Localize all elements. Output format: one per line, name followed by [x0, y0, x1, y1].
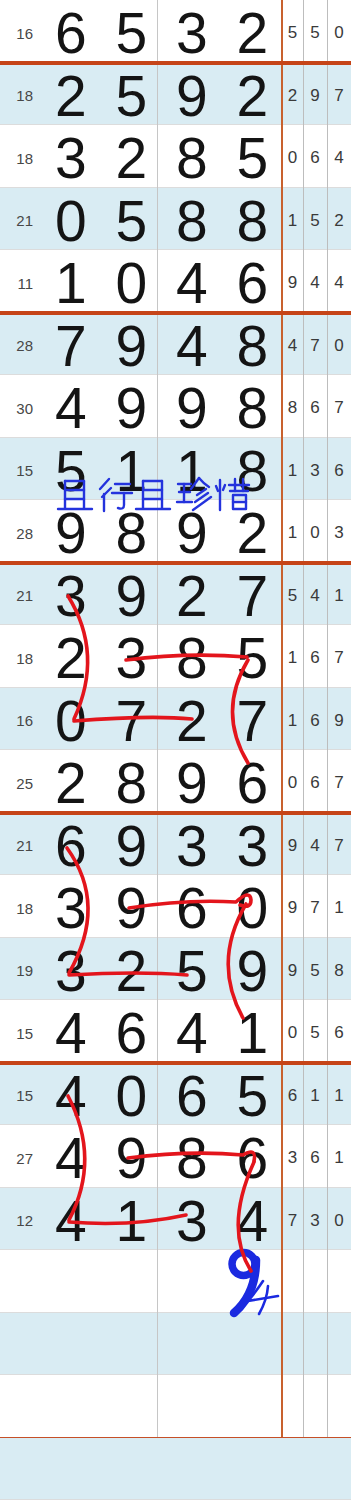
main-digit: 4	[161, 250, 222, 316]
group-separator	[0, 61, 351, 65]
chart-row-2: 182592297	[0, 63, 351, 126]
row-sum-label: 11	[0, 250, 40, 316]
chart-row-12: 160727169	[0, 688, 351, 751]
chart-row-21	[0, 1250, 351, 1313]
row-sum-label: 21	[0, 813, 40, 879]
main-digit: 2	[222, 63, 283, 129]
main-digit: 2	[161, 563, 222, 629]
main-digit: 3	[222, 813, 283, 879]
main-digit: 2	[40, 63, 101, 129]
chart-row-23	[0, 1375, 351, 1438]
side-digit	[327, 1313, 351, 1375]
side-digit: 0	[282, 750, 303, 816]
main-digit: 3	[40, 125, 101, 191]
row-sum-label	[0, 1438, 40, 1500]
side-digit: 0	[303, 500, 327, 566]
main-digit: 7	[222, 688, 283, 754]
chart-row-3: 183285064	[0, 125, 351, 188]
main-digit: 8	[161, 188, 222, 254]
main-digit: 9	[161, 750, 222, 816]
side-digit: 9	[282, 875, 303, 941]
bottom-rule	[0, 1437, 351, 1439]
side-digit: 3	[303, 438, 327, 504]
side-digit	[327, 1438, 351, 1500]
main-digit: 9	[222, 938, 283, 1004]
side-digit: 6	[303, 1125, 327, 1191]
main-digit	[222, 1438, 283, 1500]
chart-row-18: 154065611	[0, 1063, 351, 1126]
main-digit: 3	[161, 1188, 222, 1254]
main-digit	[222, 1313, 283, 1375]
chart-row-11: 182385167	[0, 625, 351, 688]
row-sum-label: 25	[0, 750, 40, 816]
side-digit: 6	[327, 438, 351, 504]
side-digit	[303, 1438, 327, 1500]
side-digit: 5	[303, 1000, 327, 1066]
main-digit: 5	[101, 63, 162, 129]
row-sum-label: 18	[0, 125, 40, 191]
row-sum-label: 30	[0, 375, 40, 441]
side-digit: 0	[327, 313, 351, 379]
group-separator	[0, 811, 351, 815]
side-digit: 1	[327, 1125, 351, 1191]
side-digit	[303, 1313, 327, 1375]
main-digit: 4	[40, 1000, 101, 1066]
side-digit: 7	[327, 813, 351, 879]
main-digit: 3	[40, 875, 101, 941]
side-digit: 0	[327, 0, 351, 66]
main-digit	[161, 1313, 222, 1375]
main-digit	[101, 1250, 162, 1312]
main-digit: 8	[101, 750, 162, 816]
main-digit: 5	[161, 938, 222, 1004]
main-digit: 4	[40, 1063, 101, 1129]
chart-row-15: 183960971	[0, 875, 351, 938]
group-separator	[0, 311, 351, 315]
side-digit	[282, 1250, 303, 1312]
chart-row-1: 166532550	[0, 0, 351, 63]
side-digit: 7	[282, 1188, 303, 1254]
main-digit: 4	[40, 375, 101, 441]
row-sum-label: 18	[0, 625, 40, 691]
chart-row-19: 274986361	[0, 1125, 351, 1188]
row-sum-label: 27	[0, 1125, 40, 1191]
main-digit: 2	[40, 625, 101, 691]
side-digit: 4	[303, 250, 327, 316]
main-digit: 4	[161, 313, 222, 379]
main-digit: 6	[101, 1000, 162, 1066]
side-digit: 1	[282, 688, 303, 754]
chart-row-13: 252896067	[0, 750, 351, 813]
side-digit: 4	[303, 813, 327, 879]
main-digit: 9	[101, 875, 162, 941]
main-digit	[101, 1313, 162, 1375]
side-digit: 9	[327, 688, 351, 754]
side-digit: 5	[303, 188, 327, 254]
main-digit	[40, 1313, 101, 1375]
side-digit: 6	[303, 750, 327, 816]
main-digit	[40, 1438, 101, 1500]
row-sum-label: 16	[0, 0, 40, 66]
side-digit: 8	[327, 938, 351, 1004]
main-digit: 6	[161, 875, 222, 941]
main-digit: 4	[40, 1188, 101, 1254]
side-digit: 9	[282, 813, 303, 879]
main-digit: 3	[40, 938, 101, 1004]
side-digit: 3	[303, 1188, 327, 1254]
side-digit	[282, 1438, 303, 1500]
chart-row-16: 193259958	[0, 938, 351, 1001]
main-digit	[101, 1375, 162, 1437]
main-digit: 4	[40, 1125, 101, 1191]
side-digit: 6	[303, 125, 327, 191]
side-digit: 4	[327, 125, 351, 191]
group-separator	[0, 561, 351, 565]
main-digit: 7	[40, 313, 101, 379]
main-digit: 4	[222, 1188, 283, 1254]
main-digit	[161, 1250, 222, 1312]
main-digit: 9	[101, 313, 162, 379]
main-digit: 6	[222, 1125, 283, 1191]
main-digit: 6	[222, 750, 283, 816]
main-digit: 2	[222, 0, 283, 66]
side-digit: 7	[303, 313, 327, 379]
side-digit: 6	[327, 1000, 351, 1066]
main-digit: 3	[161, 0, 222, 66]
row-sum-label	[0, 1250, 40, 1312]
side-digit: 6	[303, 625, 327, 691]
main-digit	[222, 1250, 283, 1312]
chart-row-20: 124134730	[0, 1188, 351, 1251]
row-sum-label: 15	[0, 1063, 40, 1129]
grid-vertical-line-orange	[281, 0, 283, 1437]
side-digit: 9	[282, 250, 303, 316]
main-digit: 0	[222, 875, 283, 941]
side-digit: 4	[303, 563, 327, 629]
main-digit: 8	[222, 188, 283, 254]
side-digit: 6	[303, 375, 327, 441]
chart-row-22	[0, 1313, 351, 1376]
main-digit	[40, 1375, 101, 1437]
row-sum-label: 19	[0, 938, 40, 1004]
row-sum-label	[0, 1375, 40, 1437]
side-digit: 1	[327, 563, 351, 629]
chart-row-14: 216933947	[0, 813, 351, 876]
side-digit	[327, 1375, 351, 1437]
chart-row-4: 210588152	[0, 188, 351, 251]
side-digit	[282, 1313, 303, 1375]
side-digit: 4	[327, 250, 351, 316]
main-digit: 1	[222, 1000, 283, 1066]
lottery-trend-chart: 1665325501825922971832850642105881521110…	[0, 0, 351, 1500]
main-digit: 0	[40, 688, 101, 754]
main-digit	[40, 1250, 101, 1312]
row-sum-label: 28	[0, 313, 40, 379]
main-digit: 6	[161, 1063, 222, 1129]
row-sum-label: 18	[0, 63, 40, 129]
main-digit: 3	[161, 813, 222, 879]
phrase-annotation	[58, 477, 254, 511]
row-sum-label: 21	[0, 563, 40, 629]
main-digit: 5	[101, 0, 162, 66]
row-sum-label: 16	[0, 688, 40, 754]
chart-row-5: 111046944	[0, 250, 351, 313]
side-digit: 2	[282, 63, 303, 129]
main-digit: 5	[222, 1063, 283, 1129]
row-sum-label: 15	[0, 1000, 40, 1066]
main-digit: 0	[40, 188, 101, 254]
side-digit: 9	[303, 63, 327, 129]
main-digit: 3	[101, 625, 162, 691]
side-digit: 5	[303, 938, 327, 1004]
side-digit: 0	[282, 125, 303, 191]
side-digit: 1	[303, 1063, 327, 1129]
main-digit: 0	[101, 1063, 162, 1129]
main-digit: 9	[101, 375, 162, 441]
main-digit: 6	[40, 0, 101, 66]
side-digit: 6	[303, 688, 327, 754]
main-digit: 8	[161, 1125, 222, 1191]
grid-vertical-line-right-2	[327, 0, 328, 1437]
main-digit: 1	[40, 250, 101, 316]
main-digit: 6	[40, 813, 101, 879]
row-sum-label: 21	[0, 188, 40, 254]
side-digit: 3	[282, 1125, 303, 1191]
main-digit: 1	[101, 1188, 162, 1254]
side-digit: 6	[282, 1063, 303, 1129]
main-digit: 8	[222, 313, 283, 379]
main-digit: 6	[222, 250, 283, 316]
side-digit: 3	[327, 500, 351, 566]
main-digit: 9	[101, 563, 162, 629]
main-digit	[101, 1438, 162, 1500]
main-digit	[222, 1375, 283, 1437]
main-digit: 9	[161, 375, 222, 441]
main-digit: 8	[222, 375, 283, 441]
row-sum-label: 12	[0, 1188, 40, 1254]
side-digit: 1	[282, 438, 303, 504]
chart-row-24	[0, 1438, 351, 1500]
main-digit: 0	[101, 250, 162, 316]
main-digit: 2	[40, 750, 101, 816]
side-digit: 7	[327, 625, 351, 691]
main-digit	[161, 1438, 222, 1500]
row-sum-label	[0, 1313, 40, 1375]
side-digit: 4	[282, 313, 303, 379]
side-digit: 1	[282, 625, 303, 691]
side-digit: 7	[303, 875, 327, 941]
side-digit: 0	[327, 1188, 351, 1254]
side-digit: 5	[282, 0, 303, 66]
main-digit: 9	[101, 1125, 162, 1191]
side-digit: 5	[303, 0, 327, 66]
side-digit: 2	[327, 188, 351, 254]
main-digit: 2	[161, 688, 222, 754]
grid-vertical-line-middle	[157, 0, 158, 1437]
main-digit: 3	[40, 563, 101, 629]
side-digit: 9	[282, 938, 303, 1004]
chart-row-17: 154641056	[0, 1000, 351, 1063]
row-sum-label: 28	[0, 500, 40, 566]
main-digit: 8	[161, 125, 222, 191]
main-digit: 9	[101, 813, 162, 879]
row-sum-label: 15	[0, 438, 40, 504]
side-digit: 1	[282, 500, 303, 566]
grid-vertical-line-right-1	[303, 0, 304, 1437]
side-digit: 1	[327, 875, 351, 941]
main-digit: 2	[101, 938, 162, 1004]
row-sum-label: 18	[0, 875, 40, 941]
side-digit	[327, 1250, 351, 1312]
chart-row-6: 287948470	[0, 313, 351, 376]
main-digit	[161, 1375, 222, 1437]
main-digit: 5	[101, 188, 162, 254]
main-digit: 9	[161, 63, 222, 129]
main-digit: 2	[101, 125, 162, 191]
main-digit: 7	[101, 688, 162, 754]
chart-row-7: 304998867	[0, 375, 351, 438]
side-digit	[303, 1375, 327, 1437]
side-digit: 8	[282, 375, 303, 441]
side-digit: 5	[282, 563, 303, 629]
side-digit: 7	[327, 63, 351, 129]
side-digit	[282, 1375, 303, 1437]
group-separator	[0, 1061, 351, 1065]
side-digit: 7	[327, 750, 351, 816]
chart-row-10: 213927541	[0, 563, 351, 626]
side-digit: 1	[282, 188, 303, 254]
side-digit: 7	[327, 375, 351, 441]
main-digit: 8	[161, 625, 222, 691]
main-digit: 5	[222, 625, 283, 691]
side-digit	[303, 1250, 327, 1312]
main-digit: 4	[161, 1000, 222, 1066]
side-digit: 0	[282, 1000, 303, 1066]
main-digit: 7	[222, 563, 283, 629]
side-digit: 1	[327, 1063, 351, 1129]
main-digit: 5	[222, 125, 283, 191]
